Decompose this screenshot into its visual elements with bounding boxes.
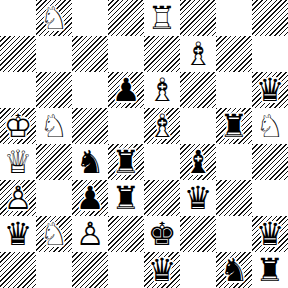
piece-black-rook: ♜ (252, 252, 288, 288)
square-f1[interactable] (180, 252, 216, 288)
piece-white-bishop: ♗ (144, 108, 180, 144)
piece-white-knight: ♘ (36, 216, 72, 252)
square-b3[interactable] (36, 180, 72, 216)
square-h3[interactable] (252, 180, 288, 216)
square-c8[interactable] (72, 0, 108, 36)
square-c1[interactable] (72, 252, 108, 288)
square-e6[interactable]: ♝♗ (144, 72, 180, 108)
square-g4[interactable] (216, 144, 252, 180)
square-h8[interactable] (252, 0, 288, 36)
square-c4[interactable]: ♞♞ (72, 144, 108, 180)
piece-white-pawn: ♙ (72, 216, 108, 252)
square-h1[interactable]: ♜♜ (252, 252, 288, 288)
square-e8[interactable]: ♜♖ (144, 0, 180, 36)
square-f6[interactable] (180, 72, 216, 108)
square-e4[interactable] (144, 144, 180, 180)
square-c5[interactable] (72, 108, 108, 144)
square-h7[interactable] (252, 36, 288, 72)
square-a4[interactable]: ♛♕ (0, 144, 36, 180)
square-b7[interactable] (36, 36, 72, 72)
piece-white-knight: ♘ (252, 108, 288, 144)
piece-black-pawn: ♟ (108, 72, 144, 108)
square-f5[interactable] (180, 108, 216, 144)
square-b2[interactable]: ♞♘ (36, 216, 72, 252)
square-d6[interactable]: ♟♟ (108, 72, 144, 108)
piece-white-king: ♔ (0, 108, 36, 144)
square-a5[interactable]: ♚♔ (0, 108, 36, 144)
square-d3[interactable]: ♜♜ (108, 180, 144, 216)
piece-black-rook: ♜ (108, 144, 144, 180)
piece-black-queen: ♛ (144, 252, 180, 288)
square-e1[interactable]: ♛♛ (144, 252, 180, 288)
square-e2[interactable]: ♚♚ (144, 216, 180, 252)
square-g6[interactable] (216, 72, 252, 108)
square-c7[interactable] (72, 36, 108, 72)
piece-black-king: ♚ (144, 216, 180, 252)
square-a2[interactable]: ♛♛ (0, 216, 36, 252)
piece-black-pawn: ♟ (72, 180, 108, 216)
square-c6[interactable] (72, 72, 108, 108)
square-b1[interactable] (36, 252, 72, 288)
piece-black-rook: ♜ (216, 108, 252, 144)
piece-black-rook: ♜ (108, 180, 144, 216)
square-f7[interactable]: ♝♗ (180, 36, 216, 72)
square-f2[interactable] (180, 216, 216, 252)
square-h4[interactable] (252, 144, 288, 180)
square-c3[interactable]: ♟♟ (72, 180, 108, 216)
piece-white-bishop: ♗ (180, 36, 216, 72)
square-d2[interactable] (108, 216, 144, 252)
square-h2[interactable]: ♛♛ (252, 216, 288, 252)
piece-black-queen: ♛ (252, 216, 288, 252)
piece-white-knight: ♘ (36, 108, 72, 144)
piece-black-queen: ♛ (0, 216, 36, 252)
square-a1[interactable] (0, 252, 36, 288)
piece-black-knight: ♞ (216, 252, 252, 288)
square-b8[interactable]: ♞♘ (36, 0, 72, 36)
square-d8[interactable] (108, 0, 144, 36)
piece-white-bishop: ♗ (144, 72, 180, 108)
square-g7[interactable] (216, 36, 252, 72)
square-g3[interactable] (216, 180, 252, 216)
square-c2[interactable]: ♟♙ (72, 216, 108, 252)
piece-white-knight: ♘ (36, 0, 72, 36)
piece-black-knight: ♞ (72, 144, 108, 180)
piece-white-pawn: ♙ (0, 180, 36, 216)
square-e7[interactable] (144, 36, 180, 72)
square-e3[interactable] (144, 180, 180, 216)
piece-white-rook: ♖ (144, 0, 180, 36)
square-f8[interactable] (180, 0, 216, 36)
square-d5[interactable] (108, 108, 144, 144)
piece-black-queen: ♛ (252, 72, 288, 108)
square-a6[interactable] (0, 72, 36, 108)
square-h6[interactable]: ♛♛ (252, 72, 288, 108)
piece-black-bishop: ♝ (180, 144, 216, 180)
piece-white-queen: ♕ (0, 144, 36, 180)
square-b6[interactable] (36, 72, 72, 108)
square-b5[interactable]: ♞♘ (36, 108, 72, 144)
square-g5[interactable]: ♜♜ (216, 108, 252, 144)
square-a8[interactable] (0, 0, 36, 36)
square-b4[interactable] (36, 144, 72, 180)
square-d7[interactable] (108, 36, 144, 72)
square-f4[interactable]: ♝♝ (180, 144, 216, 180)
piece-black-queen: ♛ (180, 180, 216, 216)
square-a3[interactable]: ♟♙ (0, 180, 36, 216)
square-g8[interactable] (216, 0, 252, 36)
square-f3[interactable]: ♛♛ (180, 180, 216, 216)
square-d4[interactable]: ♜♜ (108, 144, 144, 180)
square-g2[interactable] (216, 216, 252, 252)
square-d1[interactable] (108, 252, 144, 288)
chess-board: ♞♘♜♖♝♗♟♟♝♗♛♛♚♔♞♘♝♗♜♜♞♘♛♕♞♞♜♜♝♝♟♙♟♟♜♜♛♛♛♛… (0, 0, 288, 288)
square-e5[interactable]: ♝♗ (144, 108, 180, 144)
square-g1[interactable]: ♞♞ (216, 252, 252, 288)
square-a7[interactable] (0, 36, 36, 72)
square-h5[interactable]: ♞♘ (252, 108, 288, 144)
